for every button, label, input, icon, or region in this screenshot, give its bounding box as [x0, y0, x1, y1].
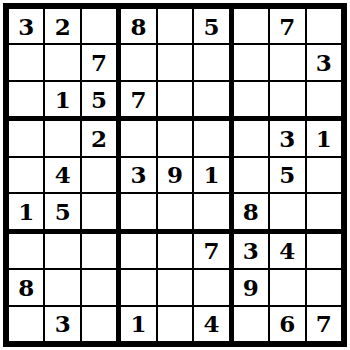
sudoku-cell[interactable]: [45, 45, 79, 79]
sudoku-cell[interactable]: [194, 194, 228, 228]
sudoku-cell[interactable]: [9, 158, 43, 192]
sudoku-cell[interactable]: [158, 9, 192, 43]
sudoku-cell[interactable]: [158, 121, 192, 155]
sudoku-cell[interactable]: [307, 194, 341, 228]
sudoku-cell: 5: [45, 194, 79, 228]
sudoku-box: 391: [121, 121, 228, 228]
sudoku-box: 32715: [9, 9, 116, 116]
sudoku-cell[interactable]: [121, 194, 155, 228]
sudoku-box: 83: [9, 234, 116, 341]
sudoku-cell[interactable]: [9, 82, 43, 116]
sudoku-cell: 4: [270, 234, 304, 268]
sudoku-cell[interactable]: [307, 9, 341, 43]
sudoku-cell[interactable]: [45, 270, 79, 304]
sudoku-cell[interactable]: [234, 158, 268, 192]
sudoku-cell: 4: [45, 158, 79, 192]
sudoku-cell: 7: [270, 9, 304, 43]
sudoku-cell: 7: [121, 82, 155, 116]
sudoku-cell[interactable]: [194, 121, 228, 155]
sudoku-cell[interactable]: [270, 45, 304, 79]
sudoku-cell: 5: [82, 82, 116, 116]
sudoku-cell[interactable]: [307, 270, 341, 304]
sudoku-cell[interactable]: [158, 307, 192, 341]
sudoku-cell: 1: [307, 121, 341, 155]
sudoku-cell[interactable]: [234, 9, 268, 43]
sudoku-cell[interactable]: [82, 307, 116, 341]
sudoku-cell[interactable]: [82, 158, 116, 192]
sudoku-cell: 6: [270, 307, 304, 341]
sudoku-cell[interactable]: [82, 270, 116, 304]
sudoku-cell[interactable]: [158, 234, 192, 268]
sudoku-cell[interactable]: [121, 270, 155, 304]
sudoku-cell[interactable]: [82, 9, 116, 43]
sudoku-cell: 2: [82, 121, 116, 155]
sudoku-cell: 3: [45, 307, 79, 341]
sudoku-cell[interactable]: [270, 194, 304, 228]
sudoku-cell[interactable]: [158, 45, 192, 79]
sudoku-cell: 8: [9, 270, 43, 304]
sudoku-cell[interactable]: [158, 194, 192, 228]
sudoku-cell: 5: [270, 158, 304, 192]
sudoku-cell[interactable]: [234, 82, 268, 116]
sudoku-box: 34967: [234, 234, 341, 341]
sudoku-cell[interactable]: [307, 234, 341, 268]
sudoku-cell: 3: [121, 158, 155, 192]
sudoku-cell: 8: [121, 9, 155, 43]
sudoku-box: 73: [234, 9, 341, 116]
sudoku-cell: 5: [194, 9, 228, 43]
sudoku-cell: 3: [234, 234, 268, 268]
sudoku-cell: 3: [270, 121, 304, 155]
sudoku-cell[interactable]: [234, 121, 268, 155]
sudoku-cell[interactable]: [9, 307, 43, 341]
sudoku-cell: 7: [307, 307, 341, 341]
sudoku-cell[interactable]: [9, 234, 43, 268]
sudoku-cell[interactable]: [9, 45, 43, 79]
sudoku-cell[interactable]: [45, 121, 79, 155]
sudoku-cell: 1: [121, 307, 155, 341]
page: 3271585773241539131588371434967: [0, 0, 350, 350]
sudoku-cell: 7: [82, 45, 116, 79]
sudoku-cell[interactable]: [121, 121, 155, 155]
sudoku-cell[interactable]: [158, 270, 192, 304]
sudoku-cell: 1: [9, 194, 43, 228]
sudoku-cell: 9: [234, 270, 268, 304]
sudoku-cell[interactable]: [194, 82, 228, 116]
sudoku-cell[interactable]: [194, 45, 228, 79]
sudoku-cell[interactable]: [82, 194, 116, 228]
sudoku-box: 714: [121, 234, 228, 341]
sudoku-cell[interactable]: [9, 121, 43, 155]
sudoku-cell: 1: [45, 82, 79, 116]
sudoku-cell[interactable]: [307, 82, 341, 116]
sudoku-cell: 4: [194, 307, 228, 341]
sudoku-cell[interactable]: [234, 307, 268, 341]
sudoku-cell[interactable]: [307, 158, 341, 192]
sudoku-box: 2415: [9, 121, 116, 228]
sudoku-cell[interactable]: [158, 82, 192, 116]
sudoku-cell: 8: [234, 194, 268, 228]
sudoku-cell[interactable]: [234, 45, 268, 79]
sudoku-cell[interactable]: [45, 234, 79, 268]
sudoku-cell: 2: [45, 9, 79, 43]
sudoku-cell[interactable]: [270, 82, 304, 116]
sudoku-cell: 9: [158, 158, 192, 192]
sudoku-cell[interactable]: [121, 45, 155, 79]
sudoku-cell: 7: [194, 234, 228, 268]
sudoku-cell: 1: [194, 158, 228, 192]
sudoku-cell: 3: [9, 9, 43, 43]
sudoku-cell[interactable]: [270, 270, 304, 304]
sudoku-cell[interactable]: [121, 234, 155, 268]
sudoku-box: 3158: [234, 121, 341, 228]
sudoku-cell[interactable]: [194, 270, 228, 304]
sudoku-box: 857: [121, 9, 228, 116]
sudoku-cell[interactable]: [82, 234, 116, 268]
sudoku-board: 3271585773241539131588371434967: [3, 3, 347, 347]
sudoku-cell: 3: [307, 45, 341, 79]
